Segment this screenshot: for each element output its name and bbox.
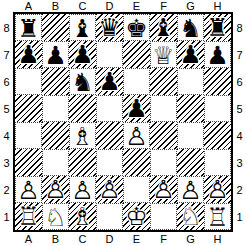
square-b3[interactable] xyxy=(42,149,69,176)
black-bishop-f8[interactable]: ♝ xyxy=(150,14,177,41)
piece-outline-glyph: ♙ xyxy=(42,176,69,203)
white-pawn-c2[interactable]: ♟♙ xyxy=(70,177,95,202)
square-a3[interactable] xyxy=(15,149,42,176)
square-b2[interactable]: ♟♙ xyxy=(42,176,69,203)
square-d6[interactable]: ♟ xyxy=(96,68,123,95)
file-label-h: H xyxy=(204,232,231,246)
white-pawn-f2[interactable]: ♟♙ xyxy=(150,176,177,203)
square-g5[interactable] xyxy=(177,95,204,122)
rank-label-3: 3 xyxy=(0,149,13,176)
piece-outline-glyph: ♗ xyxy=(70,123,95,148)
black-king-e8[interactable]: ♚ xyxy=(124,15,149,40)
white-rook-h1[interactable]: ♜♖ xyxy=(205,204,230,229)
square-g4[interactable] xyxy=(177,122,204,149)
square-a6[interactable] xyxy=(15,68,42,95)
square-a7[interactable]: ♟ xyxy=(15,41,42,68)
square-f2[interactable]: ♟♙ xyxy=(150,176,177,203)
file-label-a: A xyxy=(15,232,42,246)
square-c8[interactable]: ♝ xyxy=(69,14,96,41)
rank-label-2: 2 xyxy=(0,176,13,203)
square-e5[interactable]: ♟ xyxy=(123,95,150,122)
white-knight-b1[interactable]: ♞♘ xyxy=(43,204,68,229)
rank-label-4: 4 xyxy=(233,122,246,149)
square-d5[interactable] xyxy=(96,95,123,122)
square-f6[interactable] xyxy=(150,68,177,95)
rank-label-5: 5 xyxy=(233,95,246,122)
black-rook-a8[interactable]: ♜ xyxy=(16,15,41,40)
file-label-a: A xyxy=(15,0,42,12)
square-h8[interactable]: ♜ xyxy=(204,14,231,41)
file-label-f: F xyxy=(150,232,177,246)
square-g2[interactable]: ♟♙ xyxy=(177,176,204,203)
square-h5[interactable] xyxy=(204,95,231,122)
black-pawn-c7[interactable]: ♟ xyxy=(69,41,96,68)
square-a1[interactable]: ♜♖ xyxy=(15,203,42,230)
square-h6[interactable] xyxy=(204,68,231,95)
square-h1[interactable]: ♜♖ xyxy=(204,203,231,230)
square-d3[interactable] xyxy=(96,149,123,176)
square-a5[interactable] xyxy=(15,95,42,122)
file-label-g: G xyxy=(177,0,204,12)
rank-label-8: 8 xyxy=(0,14,13,41)
white-knight-g1[interactable]: ♞♘ xyxy=(177,203,204,230)
piece-outline-glyph: ♗ xyxy=(69,203,96,230)
square-c4[interactable]: ♝♗ xyxy=(69,122,96,149)
white-pawn-b2[interactable]: ♟♙ xyxy=(42,176,69,203)
file-label-d: D xyxy=(96,0,123,12)
piece-outline-glyph: ♙ xyxy=(204,176,231,203)
black-knight-c6[interactable]: ♞ xyxy=(70,69,95,94)
square-b1[interactable]: ♞♘ xyxy=(42,203,69,230)
rank-label-7: 7 xyxy=(0,41,13,68)
black-knight-g8[interactable]: ♞ xyxy=(178,15,203,40)
rank-label-6: 6 xyxy=(233,68,246,95)
square-d4[interactable] xyxy=(96,122,123,149)
black-rook-h8[interactable]: ♜ xyxy=(204,14,231,41)
square-f5[interactable] xyxy=(150,95,177,122)
file-labels-top: ABCDEFGH xyxy=(13,0,233,12)
white-bishop-c1[interactable]: ♝♗ xyxy=(69,203,96,230)
square-c5[interactable] xyxy=(69,95,96,122)
square-c3[interactable] xyxy=(69,149,96,176)
chess-board: ♜♝♛♚♝♞♜♟♟♟♛♕♟♟♞♟♟♝♗♟♙♟♙♟♙♟♙♟♙♟♙♟♙♟♙♜♖♞♘♝… xyxy=(13,12,233,232)
black-queen-d8[interactable]: ♛ xyxy=(96,14,123,41)
rank-label-8: 8 xyxy=(233,14,246,41)
piece-outline-glyph: ♘ xyxy=(43,204,68,229)
square-e1[interactable]: ♚♔ xyxy=(123,203,150,230)
square-e4[interactable]: ♟♙ xyxy=(123,122,150,149)
white-pawn-e4[interactable]: ♟♙ xyxy=(124,123,149,148)
black-bishop-c8[interactable]: ♝ xyxy=(70,15,95,40)
square-a8[interactable]: ♜ xyxy=(15,14,42,41)
piece-outline-glyph: ♙ xyxy=(178,177,203,202)
piece-outline-glyph: ♘ xyxy=(177,203,204,230)
square-a4[interactable] xyxy=(15,122,42,149)
piece-outline-glyph: ♙ xyxy=(124,123,149,148)
black-pawn-g7[interactable]: ♟ xyxy=(177,41,204,68)
rank-label-1: 1 xyxy=(233,203,246,230)
black-pawn-e5[interactable]: ♟ xyxy=(123,95,150,122)
file-label-c: C xyxy=(69,232,96,246)
square-c7[interactable]: ♟ xyxy=(69,41,96,68)
rank-label-3: 3 xyxy=(233,149,246,176)
file-label-f: F xyxy=(150,0,177,12)
square-h2[interactable]: ♟♙ xyxy=(204,176,231,203)
square-b8[interactable] xyxy=(42,14,69,41)
square-h7[interactable]: ♟ xyxy=(204,41,231,68)
file-label-e: E xyxy=(123,232,150,246)
square-g1[interactable]: ♞♘ xyxy=(177,203,204,230)
square-c1[interactable]: ♝♗ xyxy=(69,203,96,230)
piece-outline-glyph: ♖ xyxy=(205,204,230,229)
square-c2[interactable]: ♟♙ xyxy=(69,176,96,203)
white-pawn-d2[interactable]: ♟♙ xyxy=(96,176,123,203)
file-label-c: C xyxy=(69,0,96,12)
file-label-g: G xyxy=(177,232,204,246)
square-f4[interactable] xyxy=(150,122,177,149)
file-label-b: B xyxy=(42,232,69,246)
rank-label-5: 5 xyxy=(0,95,13,122)
square-e7[interactable] xyxy=(123,41,150,68)
square-d2[interactable]: ♟♙ xyxy=(96,176,123,203)
square-a2[interactable]: ♟♙ xyxy=(15,176,42,203)
file-label-d: D xyxy=(96,232,123,246)
square-f3[interactable] xyxy=(150,149,177,176)
square-d8[interactable]: ♛ xyxy=(96,14,123,41)
square-b6[interactable] xyxy=(42,68,69,95)
square-h4[interactable] xyxy=(204,122,231,149)
piece-outline-glyph: ♔ xyxy=(123,203,150,230)
black-pawn-b7[interactable]: ♟ xyxy=(43,42,68,67)
file-labels-bottom: ABCDEFGH xyxy=(13,232,233,246)
rank-labels-right: 87654321 xyxy=(233,12,246,232)
white-pawn-h2[interactable]: ♟♙ xyxy=(204,176,231,203)
square-b5[interactable] xyxy=(42,95,69,122)
rank-label-7: 7 xyxy=(233,41,246,68)
piece-outline-glyph: ♕ xyxy=(151,42,176,67)
square-g8[interactable]: ♞ xyxy=(177,14,204,41)
piece-outline-glyph: ♙ xyxy=(150,176,177,203)
file-label-h: H xyxy=(204,0,231,12)
piece-outline-glyph: ♙ xyxy=(70,177,95,202)
square-g6[interactable] xyxy=(177,68,204,95)
square-f8[interactable]: ♝ xyxy=(150,14,177,41)
square-g3[interactable] xyxy=(177,149,204,176)
white-king-e1[interactable]: ♚♔ xyxy=(123,203,150,230)
square-f1[interactable] xyxy=(150,203,177,230)
black-pawn-d6[interactable]: ♟ xyxy=(96,68,123,95)
rank-label-2: 2 xyxy=(233,176,246,203)
rank-label-1: 1 xyxy=(0,203,13,230)
square-c6[interactable]: ♞ xyxy=(69,68,96,95)
square-b4[interactable] xyxy=(42,122,69,149)
white-bishop-c4[interactable]: ♝♗ xyxy=(70,123,95,148)
chess-board-diagram: ABCDEFGH 87654321 ♜♝♛♚♝♞♜♟♟♟♛♕♟♟♞♟♟♝♗♟♙♟… xyxy=(0,0,246,246)
square-b7[interactable]: ♟ xyxy=(42,41,69,68)
white-pawn-a2[interactable]: ♟♙ xyxy=(16,177,41,202)
square-f7[interactable]: ♛♕ xyxy=(150,41,177,68)
piece-outline-glyph: ♙ xyxy=(16,177,41,202)
square-e3[interactable] xyxy=(123,149,150,176)
rank-labels-left: 87654321 xyxy=(0,12,13,232)
file-label-e: E xyxy=(123,0,150,12)
square-d7[interactable] xyxy=(96,41,123,68)
square-h3[interactable] xyxy=(204,149,231,176)
piece-outline-glyph: ♙ xyxy=(96,176,123,203)
white-pawn-g2[interactable]: ♟♙ xyxy=(178,177,203,202)
rank-label-6: 6 xyxy=(0,68,13,95)
white-rook-a1[interactable]: ♜♖ xyxy=(15,203,42,230)
square-e2[interactable] xyxy=(123,176,150,203)
black-pawn-h7[interactable]: ♟ xyxy=(205,42,230,67)
file-label-b: B xyxy=(42,0,69,12)
square-g7[interactable]: ♟ xyxy=(177,41,204,68)
piece-outline-glyph: ♖ xyxy=(15,203,42,230)
rank-label-4: 4 xyxy=(0,122,13,149)
square-e8[interactable]: ♚ xyxy=(123,14,150,41)
white-queen-f7[interactable]: ♛♕ xyxy=(151,42,176,67)
square-e6[interactable] xyxy=(123,68,150,95)
black-pawn-a7[interactable]: ♟ xyxy=(15,41,42,68)
square-d1[interactable] xyxy=(96,203,123,230)
